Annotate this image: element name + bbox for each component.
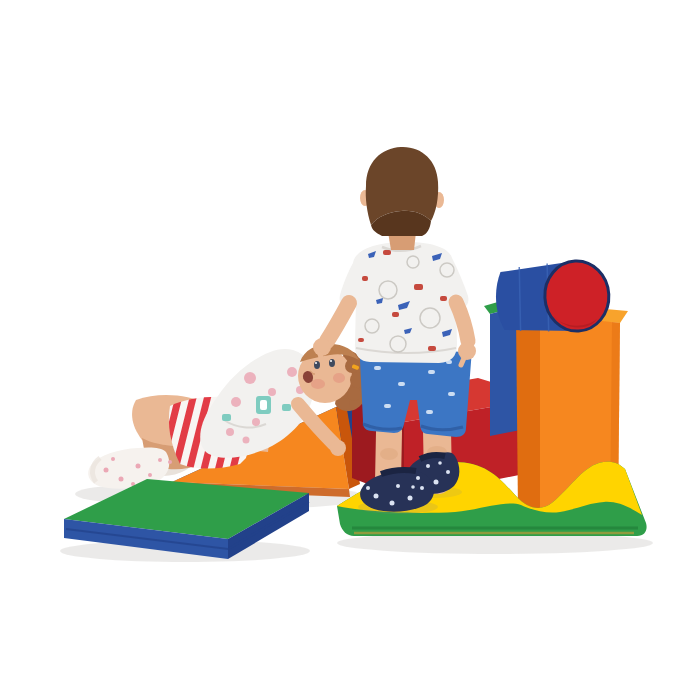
boy-side-hand bbox=[458, 342, 476, 360]
girl-hand bbox=[330, 440, 346, 456]
girl-cheek-right bbox=[333, 373, 345, 383]
girl-cheek-left bbox=[311, 379, 325, 389]
boy-tshirt bbox=[353, 242, 457, 363]
foam-cylinder bbox=[494, 259, 610, 335]
girl-eye-glint bbox=[315, 362, 317, 364]
soft-play-scene: Product photograph on a white studio bac… bbox=[0, 0, 700, 700]
tall-block-side-face bbox=[516, 314, 540, 520]
boy-knee-shade-left bbox=[380, 448, 398, 460]
product-photo: Product photograph on a white studio bac… bbox=[0, 0, 700, 700]
boy-side-fingers bbox=[461, 358, 464, 365]
girl-eye-glint-2 bbox=[330, 360, 332, 362]
girl-shirt-print-inner bbox=[260, 400, 267, 410]
